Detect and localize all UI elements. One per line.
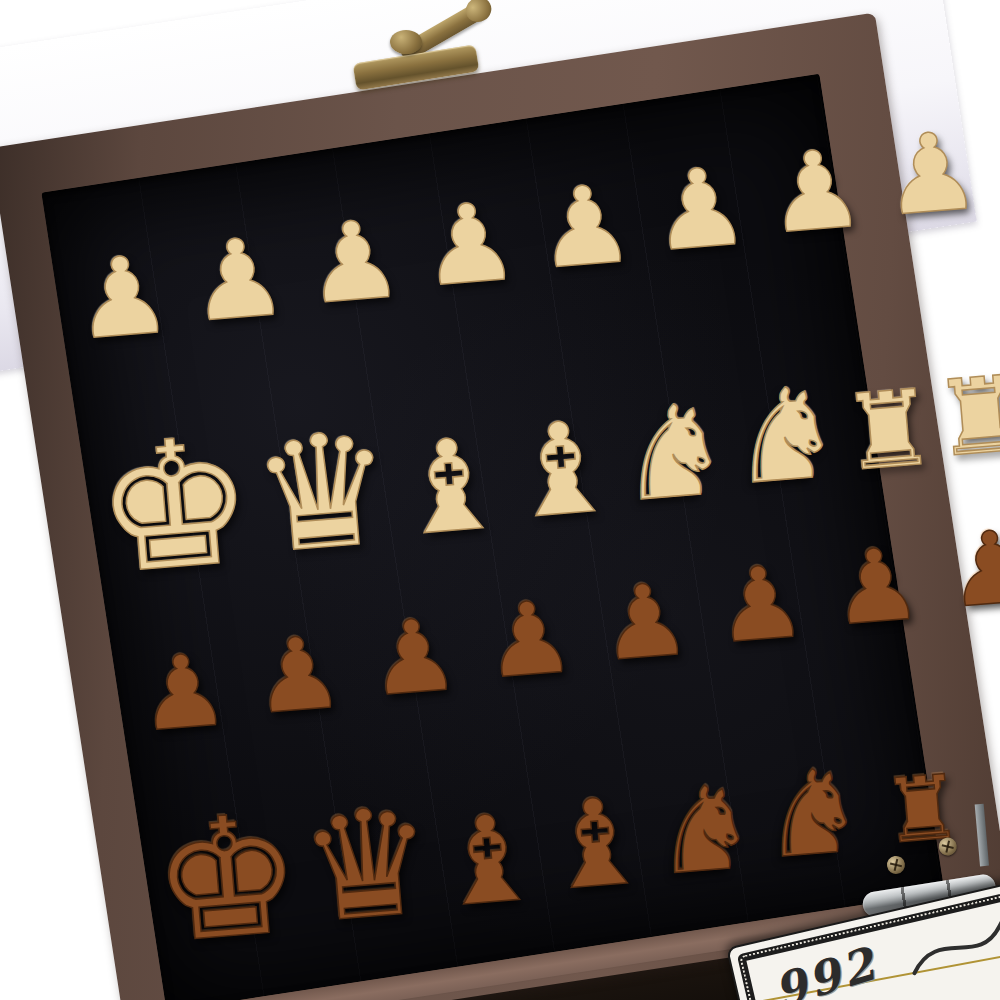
- chess-piece-white-pawn: ♟: [648, 155, 753, 265]
- chess-piece-black-queen: ♛: [295, 790, 439, 941]
- chess-piece-white-pawn: ♟: [532, 173, 637, 283]
- chess-piece-white-pawn: ♟: [417, 190, 522, 300]
- chess-piece-white-bishop: ♝: [389, 423, 511, 552]
- chess-piece-white-pawn: ♟: [879, 120, 984, 230]
- chess-piece-black-pawn: ♟: [828, 535, 925, 637]
- chess-piece-white-king: ♚: [90, 417, 260, 596]
- felt-tray: ♟♟♟♟♟♟♟♟ ♚♛♝♝♞♞♜♜ ♟♟♟♟♟♟♟♟ ♚♛♝♝♞♞♜♜: [41, 74, 944, 1000]
- chess-piece-black-pawn: ♟: [134, 642, 231, 744]
- chess-piece-black-pawn: ♟: [366, 606, 463, 708]
- piece-slot: ♟: [514, 131, 651, 287]
- piece-slot: ♟: [398, 149, 535, 305]
- piece-slot: ♟: [52, 202, 189, 358]
- piece-slot: ♟: [860, 78, 997, 234]
- chess-piece-black-king: ♚: [147, 795, 307, 963]
- chess-piece-black-pawn: ♟: [250, 624, 347, 726]
- chess-piece-black-bishop: ♝: [430, 800, 547, 922]
- chess-piece-white-knight: ♞: [724, 372, 846, 501]
- chess-piece-white-queen: ♛: [247, 413, 399, 572]
- chess-piece-white-knight: ♞: [612, 389, 734, 518]
- chess-piece-white-pawn: ♟: [186, 226, 291, 336]
- piece-slot: ♟: [283, 166, 420, 322]
- chess-piece-black-bishop: ♝: [538, 783, 655, 905]
- chess-piece-white-bishop: ♝: [500, 406, 622, 535]
- chess-piece-black-knight: ♞: [648, 770, 761, 888]
- chess-piece-black-pawn: ♟: [712, 553, 809, 655]
- latch-pivot: [390, 30, 422, 54]
- chess-piece-black-pawn: ♟: [481, 589, 578, 691]
- chess-piece-white-pawn: ♟: [764, 137, 869, 247]
- chess-box-photo: ♟♟♟♟♟♟♟♟ ♚♛♝♝♞♞♜♜ ♟♟♟♟♟♟♟♟ ♚♛♝♝♞♞♜♜ 992: [0, 0, 1000, 1000]
- chess-piece-white-pawn: ♟: [70, 243, 175, 353]
- hinge-screw-icon: [937, 836, 958, 857]
- brass-latch: [348, 2, 508, 102]
- chess-piece-black-pawn: ♟: [597, 571, 694, 673]
- chess-piece-black-pawn: ♟: [943, 518, 1000, 620]
- piece-slot: ♟: [745, 96, 882, 252]
- chess-piece-white-rook: ♜: [838, 378, 939, 484]
- chess-piece-white-pawn: ♟: [301, 208, 406, 318]
- piece-slot: ♟: [629, 113, 766, 269]
- hinge-screw-icon: [886, 855, 907, 876]
- piece-slot: ♟: [167, 184, 304, 340]
- chess-piece-white-rook: ♜: [930, 364, 1000, 470]
